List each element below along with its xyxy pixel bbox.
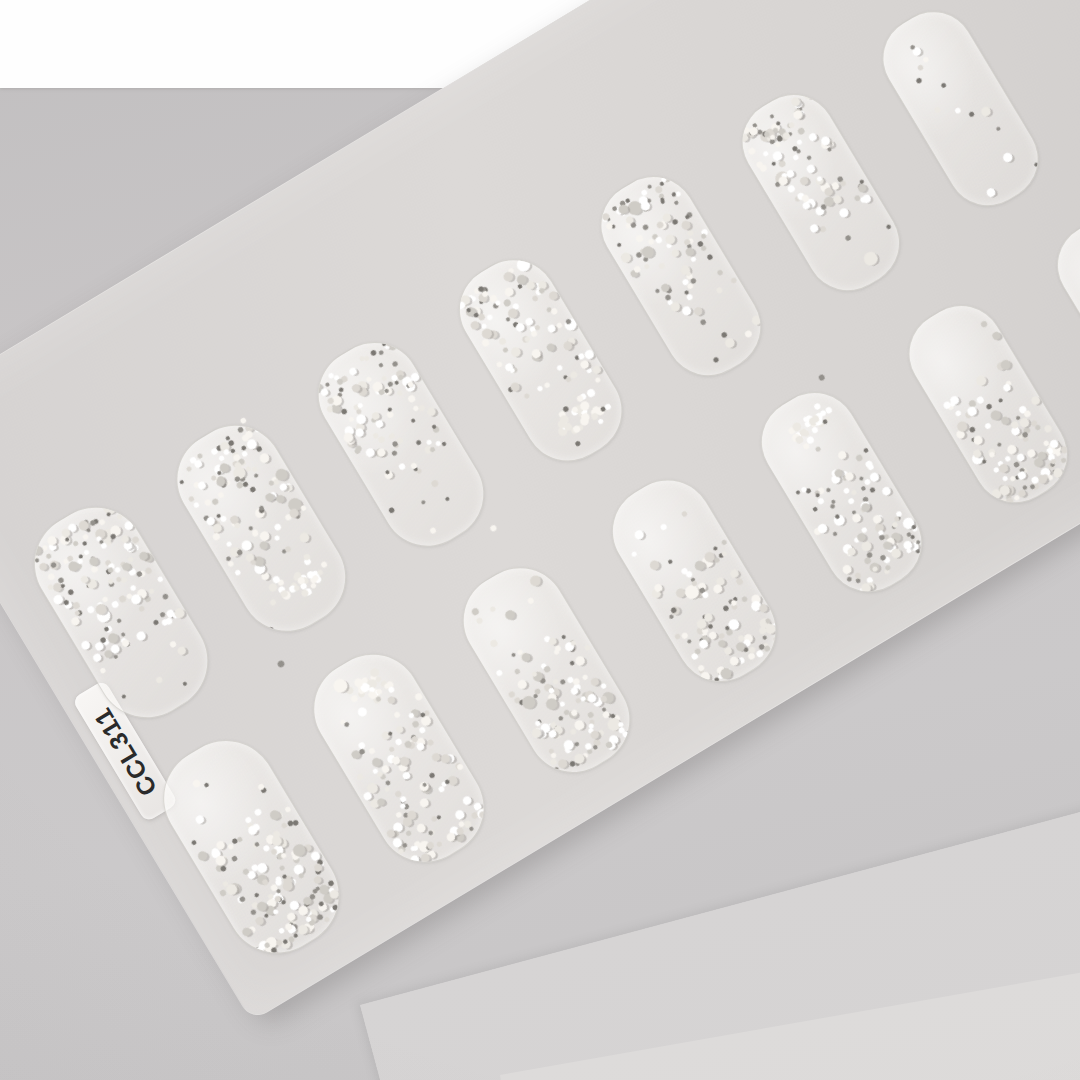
glitter-stones <box>746 426 750 430</box>
nail-sticker-r2c5 <box>744 376 938 609</box>
nail-sticker-r1c5 <box>584 160 777 392</box>
glitter-stones <box>1042 250 1046 254</box>
nail-sticker-r2c2 <box>295 636 503 881</box>
nail-sticker-r1c6 <box>726 78 916 307</box>
glitter-stones <box>446 603 450 607</box>
nail-sticker-r2c4 <box>594 463 793 699</box>
glitter-stones <box>16 545 20 549</box>
glitter-stones <box>443 294 447 298</box>
nail-sticker-r2c6 <box>892 289 1080 519</box>
glitter-stones <box>296 691 300 695</box>
nail-sticker-r2c3 <box>445 549 648 790</box>
glitter-stones <box>596 515 600 519</box>
nail-sticker-r1c3 <box>300 325 501 564</box>
glitter-stones <box>893 338 897 342</box>
nail-sticker-r2c7 <box>1041 202 1080 429</box>
photo-frame: CCL311 <box>0 0 1080 1080</box>
glitter-stones <box>301 378 305 382</box>
nail-sticker-r1c7 <box>867 0 1054 221</box>
glitter-stones <box>868 43 872 47</box>
glitter-stones <box>727 126 731 130</box>
glitter-stones <box>159 462 163 466</box>
glitter-stones <box>586 209 590 213</box>
nail-sticker-r1c4 <box>442 243 639 478</box>
